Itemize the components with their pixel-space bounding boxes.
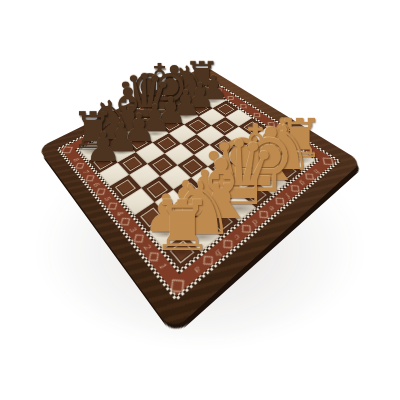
inlay-diamond-motif bbox=[224, 239, 232, 247]
inlay-diamond-motif bbox=[323, 157, 334, 164]
inlay-diamond-motif bbox=[200, 78, 207, 82]
inlay-diamond-motif bbox=[291, 185, 299, 191]
inlay-diamond-motif bbox=[182, 87, 188, 90]
inlay-diamond-motif bbox=[284, 132, 291, 136]
inlay-diamond-motif bbox=[216, 88, 222, 91]
inlay-diamond-motif bbox=[228, 96, 234, 100]
inlay-diamond-motif bbox=[276, 197, 284, 203]
inlay-diamond-motif bbox=[300, 142, 307, 147]
inlay-diamond-motif bbox=[305, 173, 313, 179]
inlay-diamond-motif bbox=[204, 255, 213, 264]
inlay-diamond-motif bbox=[139, 109, 146, 113]
inlay-diamond-motif bbox=[154, 101, 160, 105]
inlay-diamond-motif bbox=[241, 104, 247, 108]
photo-canvas: 87654321hgfedcba ♜♞♟♝♟♚♟♛♟♝♟♞♟♟♜♟♟♜♟♟♞♟♝… bbox=[0, 0, 400, 400]
inlay-diamond-motif bbox=[169, 94, 175, 97]
inlay-diamond-motif bbox=[171, 279, 184, 291]
inlay-diamond-motif bbox=[269, 122, 275, 126]
inlay-diamond-motif bbox=[254, 113, 260, 117]
inlay-diamond-motif bbox=[89, 134, 97, 138]
inlay-diamond-motif bbox=[259, 210, 267, 217]
inlay-diamond-motif bbox=[242, 225, 250, 232]
inlay-diamond-motif bbox=[123, 117, 130, 121]
inlay-diamond-motif bbox=[107, 125, 114, 129]
